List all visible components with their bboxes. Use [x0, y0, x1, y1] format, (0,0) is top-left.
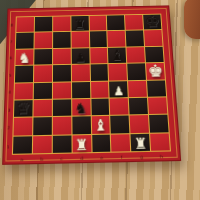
black-king-piece[interactable]: ♚	[144, 14, 160, 30]
file-label-f: f	[113, 153, 130, 161]
white-bishop-piece[interactable]: ♝	[94, 118, 108, 134]
square-g4[interactable]	[128, 80, 147, 97]
square-g3[interactable]	[129, 98, 148, 115]
square-g2[interactable]	[130, 115, 149, 132]
file-label-a: a	[13, 155, 30, 163]
black-rook-piece[interactable]: ♜	[74, 18, 86, 31]
rank-label-5: 5	[7, 67, 14, 82]
file-label-h: h	[153, 152, 170, 160]
square-h7[interactable]	[144, 30, 162, 46]
square-d1[interactable]: ♜	[72, 135, 91, 153]
square-c4[interactable]	[53, 82, 71, 99]
square-d3[interactable]: ♞	[72, 99, 90, 116]
square-f4[interactable]: ♟	[109, 81, 128, 98]
square-e5[interactable]	[90, 64, 108, 80]
white-pawn-piece[interactable]: ♟	[113, 85, 124, 97]
square-b8[interactable]	[35, 17, 52, 32]
black-queen-piece[interactable]: ♛	[16, 100, 31, 117]
square-c1[interactable]	[53, 135, 72, 153]
square-f8[interactable]	[107, 15, 125, 30]
square-h5[interactable]: ♚	[146, 63, 165, 79]
square-f6[interactable]: ♝	[108, 47, 126, 63]
square-d4[interactable]	[72, 82, 90, 99]
square-h4[interactable]	[147, 80, 166, 97]
board-margin: ♜♚♞♟♝♚♟♛♞♝♜♜ abcdefgh 87654321	[2, 5, 181, 165]
black-knight-piece[interactable]: ♞	[75, 101, 88, 116]
white-king-piece[interactable]: ♚	[147, 62, 163, 79]
table-scene: ♜♚♞♟♝♚♟♛♞♝♜♜ abcdefgh 87654321	[0, 0, 200, 200]
file-label-g: g	[133, 153, 150, 161]
square-d8[interactable]: ♜	[71, 16, 88, 31]
square-d6[interactable]: ♟	[71, 48, 89, 64]
square-h3[interactable]	[148, 97, 167, 114]
square-e4[interactable]	[91, 81, 109, 98]
square-d2[interactable]	[72, 117, 91, 134]
white-knight-piece[interactable]: ♞	[18, 51, 31, 65]
square-e3[interactable]	[91, 98, 110, 115]
square-e7[interactable]	[89, 31, 107, 47]
square-b2[interactable]	[33, 117, 52, 134]
square-b3[interactable]	[33, 100, 51, 117]
square-a2[interactable]	[13, 118, 32, 135]
square-b6[interactable]	[34, 49, 52, 65]
rank-label-8: 8	[8, 18, 15, 32]
square-g7[interactable]	[126, 31, 144, 47]
black-pawn-piece[interactable]: ♟	[75, 52, 86, 64]
square-e6[interactable]	[90, 48, 108, 64]
black-bishop-piece[interactable]: ♝	[110, 49, 124, 64]
square-a7[interactable]	[16, 33, 34, 49]
square-c2[interactable]	[53, 117, 71, 134]
square-f5[interactable]	[109, 64, 127, 80]
square-b5[interactable]	[34, 65, 52, 81]
square-a4[interactable]	[14, 83, 32, 100]
chess-board: ♜♚♞♟♝♚♟♛♞♝♜♜ abcdefgh 87654321	[2, 5, 181, 165]
rank-label-7: 7	[8, 34, 15, 48]
square-g6[interactable]	[127, 47, 145, 63]
square-b4[interactable]	[34, 82, 52, 99]
brown-edge-object	[184, 0, 200, 39]
square-a6[interactable]: ♞	[15, 49, 33, 65]
square-h1[interactable]	[150, 133, 170, 151]
file-label-c: c	[53, 154, 70, 162]
square-g8[interactable]	[125, 15, 143, 30]
square-c6[interactable]	[53, 48, 71, 64]
square-e2[interactable]: ♝	[91, 116, 110, 133]
square-a8[interactable]	[16, 17, 34, 32]
square-c5[interactable]	[53, 65, 71, 81]
square-f2[interactable]	[111, 116, 130, 133]
square-g1[interactable]: ♜	[131, 133, 150, 151]
square-a1[interactable]	[13, 136, 32, 154]
square-e1[interactable]	[92, 134, 111, 152]
rank-label-4: 4	[6, 84, 13, 99]
rank-label-2: 2	[5, 119, 12, 135]
square-c3[interactable]	[53, 99, 71, 116]
square-b1[interactable]	[33, 135, 52, 153]
board-grid: ♜♚♞♟♝♚♟♛♞♝♜♜	[12, 14, 171, 155]
rank-label-3: 3	[5, 101, 12, 116]
square-a5[interactable]	[15, 66, 33, 82]
square-f7[interactable]	[108, 31, 126, 47]
square-d5[interactable]	[71, 65, 89, 81]
square-c7[interactable]	[53, 32, 70, 48]
square-f1[interactable]	[111, 134, 130, 152]
square-g5[interactable]	[127, 63, 146, 79]
square-h2[interactable]	[149, 115, 168, 132]
white-rook-piece[interactable]: ♜	[75, 137, 88, 152]
white-rook-piece[interactable]: ♜	[134, 136, 148, 151]
square-h8[interactable]: ♚	[143, 15, 161, 30]
rank-label-1: 1	[4, 138, 12, 154]
file-label-d: d	[73, 154, 90, 162]
file-label-b: b	[33, 155, 50, 163]
square-f3[interactable]	[110, 98, 129, 115]
square-a3[interactable]: ♛	[14, 100, 33, 117]
square-b7[interactable]	[34, 33, 52, 49]
file-label-e: e	[93, 153, 110, 161]
square-d7[interactable]	[71, 32, 89, 48]
square-e8[interactable]	[89, 16, 107, 31]
rank-label-6: 6	[7, 50, 14, 64]
square-c8[interactable]	[53, 16, 70, 31]
